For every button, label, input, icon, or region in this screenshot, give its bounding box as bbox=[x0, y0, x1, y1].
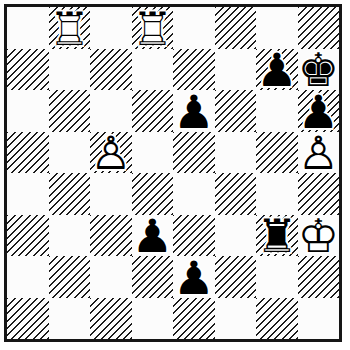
black-pawn-glyph: ♟ bbox=[256, 49, 298, 91]
square-g5[interactable] bbox=[256, 132, 298, 174]
white-rook-piece[interactable]: ♜♖ bbox=[49, 7, 91, 49]
square-d8[interactable]: ♜♖ bbox=[132, 7, 174, 49]
black-pawn-piece[interactable]: ♟♟ bbox=[132, 215, 174, 257]
square-b7[interactable] bbox=[49, 49, 91, 91]
square-d1[interactable] bbox=[132, 298, 174, 340]
square-e1[interactable] bbox=[173, 298, 215, 340]
square-f5[interactable] bbox=[215, 132, 257, 174]
black-pawn-glyph: ♟ bbox=[132, 215, 174, 257]
square-c2[interactable] bbox=[90, 256, 132, 298]
square-f8[interactable] bbox=[215, 7, 257, 49]
square-e6[interactable]: ♟♟ bbox=[173, 90, 215, 132]
square-a4[interactable] bbox=[7, 173, 49, 215]
square-d7[interactable] bbox=[132, 49, 174, 91]
square-h5[interactable]: ♟♙ bbox=[298, 132, 340, 174]
black-pawn-piece[interactable]: ♟♟ bbox=[173, 90, 215, 132]
square-h2[interactable] bbox=[298, 256, 340, 298]
square-f3[interactable] bbox=[215, 215, 257, 257]
white-pawn-piece[interactable]: ♟♙ bbox=[298, 132, 340, 174]
square-e3[interactable] bbox=[173, 215, 215, 257]
square-c4[interactable] bbox=[90, 173, 132, 215]
square-h7[interactable]: ♚♚ bbox=[298, 49, 340, 91]
square-c8[interactable] bbox=[90, 7, 132, 49]
square-e4[interactable] bbox=[173, 173, 215, 215]
white-rook-glyph: ♖ bbox=[132, 7, 174, 49]
square-b3[interactable] bbox=[49, 215, 91, 257]
square-a7[interactable] bbox=[7, 49, 49, 91]
square-d6[interactable] bbox=[132, 90, 174, 132]
chess-board: ♜♖♜♖♟♟♚♚♟♟♟♟♟♙♟♙♟♟♜♜♚♔♟♟ bbox=[7, 7, 339, 339]
square-e8[interactable] bbox=[173, 7, 215, 49]
square-a1[interactable] bbox=[7, 298, 49, 340]
white-pawn-piece[interactable]: ♟♙ bbox=[90, 132, 132, 174]
square-e2[interactable]: ♟♟ bbox=[173, 256, 215, 298]
square-d3[interactable]: ♟♟ bbox=[132, 215, 174, 257]
square-a2[interactable] bbox=[7, 256, 49, 298]
square-b6[interactable] bbox=[49, 90, 91, 132]
white-king-piece[interactable]: ♚♔ bbox=[298, 215, 340, 257]
square-b2[interactable] bbox=[49, 256, 91, 298]
white-pawn-glyph: ♙ bbox=[90, 132, 132, 174]
black-pawn-glyph: ♟ bbox=[173, 256, 215, 298]
square-h1[interactable] bbox=[298, 298, 340, 340]
black-king-piece[interactable]: ♚♚ bbox=[298, 49, 340, 91]
white-rook-glyph: ♖ bbox=[49, 7, 91, 49]
square-a5[interactable] bbox=[7, 132, 49, 174]
square-b5[interactable] bbox=[49, 132, 91, 174]
square-c5[interactable]: ♟♙ bbox=[90, 132, 132, 174]
square-f6[interactable] bbox=[215, 90, 257, 132]
white-pawn-glyph: ♙ bbox=[298, 132, 340, 174]
square-d5[interactable] bbox=[132, 132, 174, 174]
square-c3[interactable] bbox=[90, 215, 132, 257]
square-g6[interactable] bbox=[256, 90, 298, 132]
square-f2[interactable] bbox=[215, 256, 257, 298]
square-e7[interactable] bbox=[173, 49, 215, 91]
white-rook-piece[interactable]: ♜♖ bbox=[132, 7, 174, 49]
black-pawn-glyph: ♟ bbox=[173, 90, 215, 132]
square-c1[interactable] bbox=[90, 298, 132, 340]
black-rook-glyph: ♜ bbox=[256, 215, 298, 257]
black-king-glyph: ♚ bbox=[298, 49, 340, 91]
black-pawn-piece[interactable]: ♟♟ bbox=[173, 256, 215, 298]
square-f7[interactable] bbox=[215, 49, 257, 91]
square-e5[interactable] bbox=[173, 132, 215, 174]
square-b4[interactable] bbox=[49, 173, 91, 215]
square-b1[interactable] bbox=[49, 298, 91, 340]
white-king-glyph: ♔ bbox=[298, 215, 340, 257]
square-c7[interactable] bbox=[90, 49, 132, 91]
square-b8[interactable]: ♜♖ bbox=[49, 7, 91, 49]
board-frame: ♜♖♜♖♟♟♚♚♟♟♟♟♟♙♟♙♟♟♜♜♚♔♟♟ bbox=[4, 4, 342, 342]
square-a3[interactable] bbox=[7, 215, 49, 257]
square-f4[interactable] bbox=[215, 173, 257, 215]
square-g1[interactable] bbox=[256, 298, 298, 340]
square-a6[interactable] bbox=[7, 90, 49, 132]
square-h3[interactable]: ♚♔ bbox=[298, 215, 340, 257]
square-f1[interactable] bbox=[215, 298, 257, 340]
black-rook-piece[interactable]: ♜♜ bbox=[256, 215, 298, 257]
square-d2[interactable] bbox=[132, 256, 174, 298]
square-a8[interactable] bbox=[7, 7, 49, 49]
square-g3[interactable]: ♜♜ bbox=[256, 215, 298, 257]
square-g7[interactable]: ♟♟ bbox=[256, 49, 298, 91]
square-g2[interactable] bbox=[256, 256, 298, 298]
black-pawn-piece[interactable]: ♟♟ bbox=[256, 49, 298, 91]
